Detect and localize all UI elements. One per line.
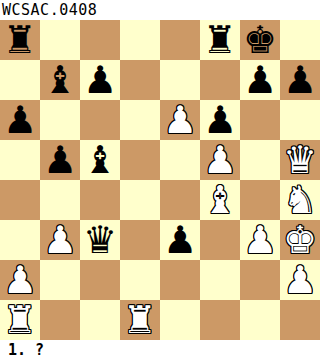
square-h1[interactable]: [280, 300, 320, 340]
square-f2[interactable]: [200, 260, 240, 300]
piece-white-pawn: ♟: [243, 220, 277, 260]
square-h8[interactable]: [280, 20, 320, 60]
piece-black-bishop: ♝: [83, 140, 117, 180]
square-d3[interactable]: [120, 220, 160, 260]
piece-white-pawn: ♟: [43, 220, 77, 260]
square-g5[interactable]: [240, 140, 280, 180]
piece-black-pawn: ♟: [43, 140, 77, 180]
square-g1[interactable]: [240, 300, 280, 340]
square-c7[interactable]: ♟: [80, 60, 120, 100]
square-h7[interactable]: ♟: [280, 60, 320, 100]
square-g3[interactable]: ♟: [240, 220, 280, 260]
square-b3[interactable]: ♟: [40, 220, 80, 260]
square-e5[interactable]: [160, 140, 200, 180]
square-e1[interactable]: [160, 300, 200, 340]
piece-black-pawn: ♟: [3, 100, 37, 140]
square-a8[interactable]: ♜: [0, 20, 40, 60]
move-prompt: 1. ?: [0, 340, 320, 360]
square-a2[interactable]: ♟: [0, 260, 40, 300]
square-d5[interactable]: [120, 140, 160, 180]
square-b4[interactable]: [40, 180, 80, 220]
diagram-title: WCSAC.0408: [0, 0, 320, 20]
square-b2[interactable]: [40, 260, 80, 300]
square-f5[interactable]: ♟: [200, 140, 240, 180]
square-h3[interactable]: ♚: [280, 220, 320, 260]
piece-white-pawn: ♟: [3, 260, 37, 300]
square-f3[interactable]: [200, 220, 240, 260]
square-b6[interactable]: [40, 100, 80, 140]
square-c6[interactable]: [80, 100, 120, 140]
piece-white-pawn: ♟: [283, 260, 317, 300]
square-d1[interactable]: ♜: [120, 300, 160, 340]
chess-board: ♜♜♚♝♟♟♟♟♟♟♟♝♟♛♝♞♟♛♟♟♚♟♟♜♜: [0, 20, 320, 340]
square-a5[interactable]: [0, 140, 40, 180]
piece-black-pawn: ♟: [243, 60, 277, 100]
square-h2[interactable]: ♟: [280, 260, 320, 300]
square-g2[interactable]: [240, 260, 280, 300]
square-a1[interactable]: ♜: [0, 300, 40, 340]
square-h6[interactable]: [280, 100, 320, 140]
square-f6[interactable]: ♟: [200, 100, 240, 140]
piece-white-king: ♚: [283, 220, 317, 260]
square-a7[interactable]: [0, 60, 40, 100]
square-e4[interactable]: [160, 180, 200, 220]
square-c8[interactable]: [80, 20, 120, 60]
piece-white-pawn: ♟: [203, 140, 237, 180]
square-g7[interactable]: ♟: [240, 60, 280, 100]
piece-white-bishop: ♝: [203, 180, 237, 220]
piece-black-pawn: ♟: [83, 60, 117, 100]
piece-black-pawn: ♟: [203, 100, 237, 140]
square-f8[interactable]: ♜: [200, 20, 240, 60]
piece-black-queen: ♛: [83, 220, 117, 260]
square-d2[interactable]: [120, 260, 160, 300]
square-d7[interactable]: [120, 60, 160, 100]
square-d4[interactable]: [120, 180, 160, 220]
square-b7[interactable]: ♝: [40, 60, 80, 100]
piece-black-pawn: ♟: [283, 60, 317, 100]
piece-white-rook: ♜: [3, 300, 37, 340]
square-b5[interactable]: ♟: [40, 140, 80, 180]
square-g4[interactable]: [240, 180, 280, 220]
square-a4[interactable]: [0, 180, 40, 220]
square-c1[interactable]: [80, 300, 120, 340]
square-g6[interactable]: [240, 100, 280, 140]
square-d6[interactable]: [120, 100, 160, 140]
piece-black-king: ♚: [243, 20, 277, 60]
square-b8[interactable]: [40, 20, 80, 60]
square-h5[interactable]: ♛: [280, 140, 320, 180]
square-d8[interactable]: [120, 20, 160, 60]
square-e3[interactable]: ♟: [160, 220, 200, 260]
square-e8[interactable]: [160, 20, 200, 60]
piece-white-knight: ♞: [283, 180, 317, 220]
square-c5[interactable]: ♝: [80, 140, 120, 180]
square-f4[interactable]: ♝: [200, 180, 240, 220]
square-e2[interactable]: [160, 260, 200, 300]
piece-white-queen: ♛: [283, 140, 317, 180]
square-h4[interactable]: ♞: [280, 180, 320, 220]
square-b1[interactable]: [40, 300, 80, 340]
square-e6[interactable]: ♟: [160, 100, 200, 140]
square-a6[interactable]: ♟: [0, 100, 40, 140]
piece-black-rook: ♜: [203, 20, 237, 60]
piece-black-bishop: ♝: [43, 60, 77, 100]
square-f1[interactable]: [200, 300, 240, 340]
square-e7[interactable]: [160, 60, 200, 100]
square-a3[interactable]: [0, 220, 40, 260]
square-c3[interactable]: ♛: [80, 220, 120, 260]
square-c4[interactable]: [80, 180, 120, 220]
square-g8[interactable]: ♚: [240, 20, 280, 60]
square-c2[interactable]: [80, 260, 120, 300]
piece-black-pawn: ♟: [163, 220, 197, 260]
square-f7[interactable]: [200, 60, 240, 100]
piece-black-rook: ♜: [3, 20, 37, 60]
piece-white-rook: ♜: [123, 300, 157, 340]
piece-white-pawn: ♟: [163, 100, 197, 140]
chess-diagram-window: WCSAC.0408 ♜♜♚♝♟♟♟♟♟♟♟♝♟♛♝♞♟♛♟♟♚♟♟♜♜ 1. …: [0, 0, 320, 360]
